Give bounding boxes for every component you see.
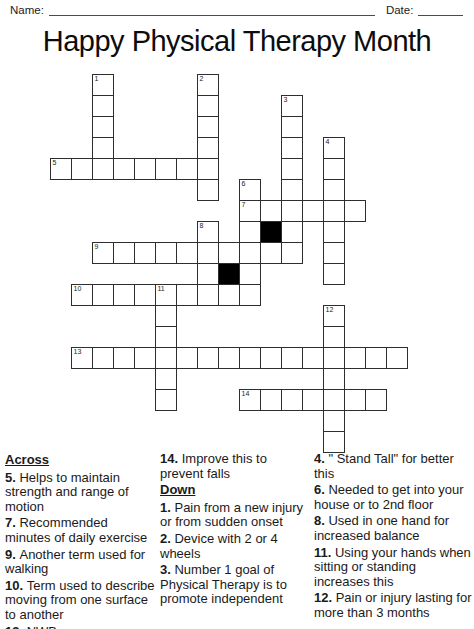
grid-cell[interactable]	[386, 347, 408, 369]
clue-7: 7. Recommended minutes of daily exercise	[5, 516, 155, 545]
grid-cell[interactable]	[323, 431, 345, 453]
clue-number: 10.	[5, 578, 27, 593]
cell-number: 3	[284, 96, 288, 104]
clue-text: " Stand Tall" for better this	[314, 451, 454, 481]
grid-cell-black	[218, 263, 240, 285]
grid-cell-black	[260, 221, 282, 243]
cell-number: 4	[326, 138, 330, 146]
grid-cell[interactable]	[281, 242, 303, 264]
clue-text: Needed to get into your house or to 2nd …	[314, 482, 464, 512]
clue-number: 8.	[314, 513, 328, 528]
grid-cell[interactable]	[92, 137, 114, 159]
grid-cell[interactable]	[323, 410, 345, 432]
grid-cell[interactable]	[281, 347, 303, 369]
grid-cell[interactable]	[197, 242, 219, 264]
grid-cell[interactable]: 11	[155, 284, 177, 306]
grid-cell[interactable]	[239, 263, 261, 285]
grid-cell[interactable]	[113, 284, 135, 306]
clue-column-1: Across5. Helps to maintain strength and …	[5, 452, 155, 629]
clue-6: 6. Needed to get into your house or to 2…	[314, 483, 472, 512]
clue-number: 9.	[5, 547, 19, 562]
grid-cell[interactable]	[176, 242, 198, 264]
name-blank-line[interactable]	[49, 4, 375, 16]
cell-number: 7	[242, 201, 246, 209]
grid-cell[interactable]	[155, 347, 177, 369]
grid-cell[interactable]: 10	[71, 284, 93, 306]
grid-cell[interactable]	[134, 284, 156, 306]
grid-cell[interactable]	[281, 137, 303, 159]
cell-number: 9	[95, 243, 99, 251]
date-label: Date:	[386, 4, 414, 16]
clue-number: 1.	[160, 500, 174, 515]
grid-cell[interactable]	[197, 116, 219, 138]
name-date-bar: Name: Date:	[10, 4, 466, 16]
grid-cell[interactable]	[260, 389, 282, 411]
grid-cell[interactable]	[281, 389, 303, 411]
grid-cell[interactable]	[344, 200, 366, 222]
clue-10: 10. Term used to describe moving from on…	[5, 579, 155, 623]
grid-cell[interactable]	[323, 242, 345, 264]
clue-text: Helps to maintain strength and range of …	[5, 470, 129, 514]
grid-cell[interactable]	[155, 305, 177, 327]
clue-number: 12.	[314, 590, 336, 605]
clue-text: Term used to describe moving from one su…	[5, 578, 155, 622]
grid-cell[interactable]	[113, 158, 135, 180]
clue-number: 2.	[160, 531, 174, 546]
cell-number: 2	[200, 75, 204, 83]
clue-text: Recommended minutes of daily exercise	[5, 515, 147, 545]
grid-cell[interactable]	[155, 158, 177, 180]
clue-11: 11. Using your hands when sitting or sta…	[314, 546, 472, 590]
grid-cell[interactable]: 9	[92, 242, 114, 264]
grid-cell[interactable]	[134, 158, 156, 180]
grid-cell[interactable]	[92, 158, 114, 180]
grid-cell[interactable]	[365, 347, 387, 369]
clue-number: 4.	[314, 451, 328, 466]
clue-number: 6.	[314, 482, 328, 497]
grid-cell[interactable]	[113, 242, 135, 264]
grid-cell[interactable]	[218, 347, 240, 369]
grid-cell[interactable]	[323, 347, 345, 369]
grid-cell[interactable]: 3	[281, 95, 303, 117]
grid-cell[interactable]	[239, 347, 261, 369]
clue-text: Pain from a new injury or from sudden on…	[160, 500, 303, 530]
clue-9: 9. Another term used for walking	[5, 548, 155, 577]
grid-cell[interactable]	[197, 179, 219, 201]
grid-cell[interactable]	[155, 242, 177, 264]
grid-cell[interactable]	[134, 347, 156, 369]
clue-column-2: 14. Improve this to prevent fallsDown1. …	[160, 452, 309, 629]
grid-cell[interactable]	[344, 389, 366, 411]
grid-cell[interactable]	[281, 158, 303, 180]
clue-column-3: 4. " Stand Tall" for better this6. Neede…	[314, 452, 472, 629]
grid-cell[interactable]	[92, 284, 114, 306]
grid-cell[interactable]	[323, 200, 345, 222]
grid-cell[interactable]	[302, 389, 324, 411]
clue-text: NWB	[27, 624, 57, 629]
grid-cell[interactable]: 5	[50, 158, 72, 180]
grid-cell[interactable]	[260, 347, 282, 369]
crossword-worksheet: Name: Date: Happy Physical Therapy Month…	[0, 0, 474, 629]
cell-number: 14	[242, 390, 250, 398]
name-label: Name:	[10, 4, 44, 16]
grid-cell[interactable]	[197, 347, 219, 369]
cell-number: 10	[74, 285, 82, 293]
grid-cell[interactable]: 13	[71, 347, 93, 369]
grid-cell[interactable]	[344, 347, 366, 369]
grid-cell[interactable]	[239, 284, 261, 306]
clue-13: 13. NWB	[5, 625, 155, 629]
grid-cell[interactable]	[113, 347, 135, 369]
grid-cell[interactable]	[155, 389, 177, 411]
grid-cell[interactable]	[134, 242, 156, 264]
clue-14: 14. Improve this to prevent falls	[160, 452, 309, 481]
grid-cell[interactable]	[323, 263, 345, 285]
down-header-label: Down	[160, 482, 195, 497]
clue-number: 13.	[5, 624, 27, 629]
date-blank-line[interactable]	[418, 4, 463, 16]
grid-cell[interactable]: 4	[323, 137, 345, 159]
grid-cell[interactable]	[323, 221, 345, 243]
clue-text: Device with 2 or 4 wheels	[160, 531, 278, 561]
clue-12: 12. Pain or injury lasting for more than…	[314, 591, 472, 620]
clue-number: 5.	[5, 470, 19, 485]
grid-cell[interactable]	[281, 116, 303, 138]
page-title: Happy Physical Therapy Month	[0, 25, 474, 58]
cell-number: 5	[53, 159, 57, 167]
grid-cell[interactable]	[155, 368, 177, 390]
cell-number: 1	[95, 75, 99, 83]
grid-cell[interactable]	[281, 179, 303, 201]
grid-cell[interactable]	[197, 284, 219, 306]
clue-3: 3. Number 1 goal of Physical Therapy is …	[160, 563, 309, 607]
grid-cell[interactable]: 8	[197, 221, 219, 243]
grid-cell[interactable]: 12	[323, 305, 345, 327]
clue-number: 7.	[5, 515, 19, 530]
grid-cell[interactable]: 7	[239, 200, 261, 222]
clue-2: 2. Device with 2 or 4 wheels	[160, 532, 309, 561]
grid-cell[interactable]	[239, 221, 261, 243]
grid-cell[interactable]	[176, 347, 198, 369]
grid-cell[interactable]	[176, 284, 198, 306]
grid-cell[interactable]	[176, 158, 198, 180]
grid-cell[interactable]: 14	[239, 389, 261, 411]
clue-8: 8. Used in one hand for increased balanc…	[314, 514, 472, 543]
grid-cell[interactable]	[281, 221, 303, 243]
clue-5: 5. Helps to maintain strength and range …	[5, 471, 155, 515]
grid-cell[interactable]	[92, 347, 114, 369]
across-clues-header: Across	[5, 453, 155, 468]
grid-cell[interactable]	[281, 200, 303, 222]
clue-text: Using your hands when sitting or standin…	[314, 545, 471, 589]
grid-cell[interactable]	[197, 263, 219, 285]
clue-1: 1. Pain from a new injury or from sudden…	[160, 501, 309, 530]
grid-cell[interactable]	[197, 137, 219, 159]
clue-text: Number 1 goal of Physical Therapy is to …	[160, 562, 287, 606]
cell-number: 13	[74, 348, 82, 356]
clue-text: Another term used for walking	[5, 547, 145, 577]
clue-number: 14.	[160, 451, 182, 466]
cell-number: 12	[326, 306, 334, 314]
grid-cell[interactable]	[71, 158, 93, 180]
crossword-grid: 1234567891011121314	[50, 74, 408, 453]
grid-cell[interactable]	[323, 326, 345, 348]
grid-cell[interactable]	[323, 368, 345, 390]
clue-4: 4. " Stand Tall" for better this	[314, 452, 472, 481]
cell-number: 6	[242, 180, 246, 188]
cell-number: 8	[200, 222, 204, 230]
cell-number: 11	[158, 285, 165, 293]
grid-cell[interactable]	[155, 326, 177, 348]
grid-cell[interactable]	[197, 95, 219, 117]
grid-cell[interactable]	[323, 389, 345, 411]
grid-cell[interactable]	[218, 242, 240, 264]
grid-cell[interactable]	[302, 347, 324, 369]
grid-cell[interactable]	[323, 158, 345, 180]
grid-cell[interactable]: 6	[239, 179, 261, 201]
grid-cell[interactable]	[302, 200, 324, 222]
down-clues-header: Down	[160, 483, 309, 498]
clue-list: Across5. Helps to maintain strength and …	[5, 452, 474, 629]
grid-cell[interactable]	[197, 158, 219, 180]
clue-number: 3.	[160, 562, 174, 577]
grid-cell[interactable]: 1	[92, 74, 114, 96]
clue-text: Pain or injury lasting for more than 3 m…	[314, 590, 472, 620]
grid-cell[interactable]	[260, 242, 282, 264]
across-header-label: Across	[5, 452, 49, 467]
grid-cell[interactable]	[92, 95, 114, 117]
grid-cell[interactable]	[239, 242, 261, 264]
grid-cell[interactable]	[218, 284, 240, 306]
grid-cell[interactable]: 2	[197, 74, 219, 96]
grid-cell[interactable]	[365, 389, 387, 411]
clue-text: Used in one hand for increased balance	[314, 513, 449, 543]
clue-number: 11.	[314, 545, 335, 560]
grid-cell[interactable]	[92, 116, 114, 138]
grid-cell[interactable]	[260, 200, 282, 222]
grid-cell[interactable]	[323, 179, 345, 201]
